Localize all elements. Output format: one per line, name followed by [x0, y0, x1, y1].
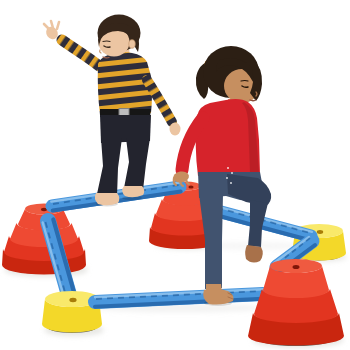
- balance-course-scene: [0, 0, 350, 350]
- stacking-top-red-bottomright: [248, 259, 344, 346]
- boy-jeans: [97, 115, 151, 196]
- girl-figure: [172, 46, 271, 306]
- boy-figure: [44, 15, 181, 207]
- boy-lower-arm: [147, 80, 181, 136]
- girl-head: [203, 46, 262, 103]
- girl-mouth: [250, 100, 256, 101]
- boy-head: [98, 15, 141, 58]
- boy-raised-arm: [44, 21, 99, 66]
- balance-beam-bottom: [95, 289, 263, 306]
- peg-hole: [293, 265, 300, 269]
- boy-ear: [129, 40, 135, 48]
- product-photo: [0, 0, 350, 350]
- girl-jeans: [198, 167, 271, 289]
- peg-hole: [188, 186, 193, 189]
- peg-hole: [317, 230, 323, 234]
- peg-hole: [69, 298, 76, 302]
